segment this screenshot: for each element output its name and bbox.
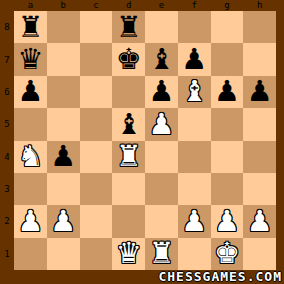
square-h3[interactable] (243, 173, 276, 205)
piece-black-bishop-e7[interactable]: ♝ (148, 45, 174, 74)
square-f6[interactable]: ♝ (178, 76, 211, 108)
square-h7[interactable] (243, 43, 276, 75)
square-f3[interactable] (178, 173, 211, 205)
rank-label-6: 6 (0, 76, 14, 108)
square-b7[interactable] (47, 43, 80, 75)
square-a3[interactable] (14, 173, 47, 205)
square-d7[interactable]: ♚ (112, 43, 145, 75)
square-c7[interactable] (80, 43, 113, 75)
square-c4[interactable] (80, 141, 113, 173)
square-b4[interactable]: ♟ (47, 141, 80, 173)
square-c8[interactable] (80, 11, 113, 43)
square-f5[interactable] (178, 108, 211, 140)
square-e3[interactable] (145, 173, 178, 205)
square-a5[interactable] (14, 108, 47, 140)
square-f7[interactable]: ♟ (178, 43, 211, 75)
rank-label-5: 5 (0, 108, 14, 140)
square-c2[interactable] (80, 205, 113, 237)
square-h2[interactable]: ♟ (243, 205, 276, 237)
piece-black-pawn-f7[interactable]: ♟ (181, 45, 207, 74)
square-f2[interactable]: ♟ (178, 205, 211, 237)
file-label-g: g (211, 0, 244, 11)
chess-diagram: abcdefgh 87654321 ♜♜♛♚♝♟♟♟♝♟♟♝♟♞♟♜♟♟♟♟♟♛… (0, 0, 284, 284)
piece-white-pawn-f2[interactable]: ♟ (181, 207, 207, 236)
square-g8[interactable] (211, 11, 244, 43)
chess-board: ♜♜♛♚♝♟♟♟♝♟♟♝♟♞♟♜♟♟♟♟♟♛♜♚ (14, 11, 276, 270)
square-b2[interactable]: ♟ (47, 205, 80, 237)
square-h4[interactable] (243, 141, 276, 173)
square-d5[interactable]: ♝ (112, 108, 145, 140)
square-a4[interactable]: ♞ (14, 141, 47, 173)
square-b8[interactable] (47, 11, 80, 43)
square-b5[interactable] (47, 108, 80, 140)
piece-white-pawn-h2[interactable]: ♟ (247, 207, 273, 236)
chessgames-watermark: CHESSGAMES.COM (158, 270, 282, 284)
rank-label-4: 4 (0, 141, 14, 173)
piece-black-pawn-g6[interactable]: ♟ (214, 77, 240, 106)
piece-black-pawn-e6[interactable]: ♟ (148, 77, 174, 106)
piece-white-pawn-g2[interactable]: ♟ (214, 207, 240, 236)
square-g4[interactable] (211, 141, 244, 173)
square-d6[interactable] (112, 76, 145, 108)
square-d3[interactable] (112, 173, 145, 205)
square-e1[interactable]: ♜ (145, 238, 178, 270)
file-label-e: e (145, 0, 178, 11)
square-b6[interactable] (47, 76, 80, 108)
rank-label-3: 3 (0, 173, 14, 205)
piece-white-rook-e1[interactable]: ♜ (148, 239, 174, 268)
square-c6[interactable] (80, 76, 113, 108)
square-a7[interactable]: ♛ (14, 43, 47, 75)
square-c1[interactable] (80, 238, 113, 270)
square-g2[interactable]: ♟ (211, 205, 244, 237)
piece-black-queen-a7[interactable]: ♛ (17, 45, 43, 74)
piece-black-rook-d8[interactable]: ♜ (116, 13, 142, 42)
file-label-c: c (80, 0, 113, 11)
piece-white-pawn-e5[interactable]: ♟ (148, 110, 174, 139)
square-a6[interactable]: ♟ (14, 76, 47, 108)
rank-label-2: 2 (0, 205, 14, 237)
square-b1[interactable] (47, 238, 80, 270)
square-g7[interactable] (211, 43, 244, 75)
square-h5[interactable] (243, 108, 276, 140)
square-a8[interactable]: ♜ (14, 11, 47, 43)
file-labels: abcdefgh (14, 0, 276, 11)
square-h6[interactable]: ♟ (243, 76, 276, 108)
piece-white-bishop-f6[interactable]: ♝ (181, 77, 207, 106)
square-e4[interactable] (145, 141, 178, 173)
file-label-b: b (47, 0, 80, 11)
piece-black-king-d7[interactable]: ♚ (116, 45, 142, 74)
square-c3[interactable] (80, 173, 113, 205)
square-g6[interactable]: ♟ (211, 76, 244, 108)
piece-white-queen-d1[interactable]: ♛ (116, 239, 142, 268)
square-d4[interactable]: ♜ (112, 141, 145, 173)
square-d2[interactable] (112, 205, 145, 237)
piece-black-pawn-a6[interactable]: ♟ (17, 77, 43, 106)
square-d8[interactable]: ♜ (112, 11, 145, 43)
square-e5[interactable]: ♟ (145, 108, 178, 140)
square-d1[interactable]: ♛ (112, 238, 145, 270)
piece-black-pawn-h6[interactable]: ♟ (247, 77, 273, 106)
square-h8[interactable] (243, 11, 276, 43)
square-e2[interactable] (145, 205, 178, 237)
piece-white-pawn-a2[interactable]: ♟ (17, 207, 43, 236)
piece-white-rook-d4[interactable]: ♜ (116, 142, 142, 171)
square-e7[interactable]: ♝ (145, 43, 178, 75)
piece-white-king-g1[interactable]: ♚ (214, 239, 240, 268)
file-label-h: h (243, 0, 276, 11)
square-g1[interactable]: ♚ (211, 238, 244, 270)
piece-white-knight-a4[interactable]: ♞ (17, 142, 43, 171)
rank-labels: 87654321 (0, 11, 14, 270)
rank-label-8: 8 (0, 11, 14, 43)
square-h1[interactable] (243, 238, 276, 270)
piece-black-pawn-b4[interactable]: ♟ (50, 142, 76, 171)
square-f1[interactable] (178, 238, 211, 270)
piece-black-bishop-d5[interactable]: ♝ (116, 110, 142, 139)
rank-label-1: 1 (0, 238, 14, 270)
square-e8[interactable] (145, 11, 178, 43)
square-g3[interactable] (211, 173, 244, 205)
square-b3[interactable] (47, 173, 80, 205)
square-c5[interactable] (80, 108, 113, 140)
square-a1[interactable] (14, 238, 47, 270)
square-f8[interactable] (178, 11, 211, 43)
piece-black-rook-a8[interactable]: ♜ (17, 13, 43, 42)
square-a2[interactable]: ♟ (14, 205, 47, 237)
file-label-f: f (178, 0, 211, 11)
square-e6[interactable]: ♟ (145, 76, 178, 108)
square-g5[interactable] (211, 108, 244, 140)
square-f4[interactable] (178, 141, 211, 173)
rank-label-7: 7 (0, 43, 14, 75)
piece-white-pawn-b2[interactable]: ♟ (50, 207, 76, 236)
